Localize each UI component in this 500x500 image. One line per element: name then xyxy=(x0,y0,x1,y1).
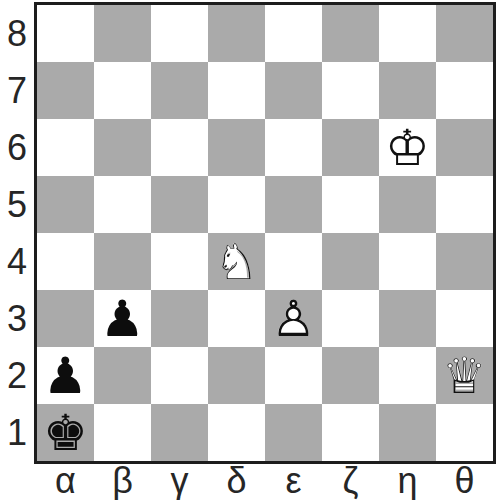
square-β2[interactable] xyxy=(94,347,151,404)
piece-glyph: ♟ xyxy=(37,347,94,404)
file-label-η: η xyxy=(379,461,436,500)
square-θ2[interactable]: ♛♕ xyxy=(436,347,493,404)
white-pawn[interactable]: ♟♙ xyxy=(265,290,322,347)
square-η7[interactable] xyxy=(379,62,436,119)
rank-label-4: 4 xyxy=(0,233,34,290)
rank-label-5: 5 xyxy=(0,176,34,233)
square-γ2[interactable] xyxy=(151,347,208,404)
file-label-θ: θ xyxy=(436,461,493,500)
white-king[interactable]: ♚♔ xyxy=(379,119,436,176)
square-θ6[interactable] xyxy=(436,119,493,176)
rank-label-8: 8 xyxy=(0,5,34,62)
square-α7[interactable] xyxy=(37,62,94,119)
square-γ7[interactable] xyxy=(151,62,208,119)
square-η2[interactable] xyxy=(379,347,436,404)
rank-labels: 87654321 xyxy=(0,5,34,461)
square-θ4[interactable] xyxy=(436,233,493,290)
square-δ6[interactable] xyxy=(208,119,265,176)
black-king[interactable]: ♚ xyxy=(37,404,94,461)
square-η8[interactable] xyxy=(379,5,436,62)
file-labels: αβγδεζηθ xyxy=(37,461,493,500)
square-α4[interactable] xyxy=(37,233,94,290)
piece-glyph: ♚ xyxy=(37,404,94,461)
square-β1[interactable] xyxy=(94,404,151,461)
square-θ5[interactable] xyxy=(436,176,493,233)
square-γ3[interactable] xyxy=(151,290,208,347)
square-δ7[interactable] xyxy=(208,62,265,119)
file-label-ζ: ζ xyxy=(322,461,379,500)
square-δ2[interactable] xyxy=(208,347,265,404)
black-pawn[interactable]: ♟ xyxy=(94,290,151,347)
square-θ7[interactable] xyxy=(436,62,493,119)
square-η6[interactable]: ♚♔ xyxy=(379,119,436,176)
square-ζ6[interactable] xyxy=(322,119,379,176)
square-ζ2[interactable] xyxy=(322,347,379,404)
file-label-α: α xyxy=(37,461,94,500)
square-ε7[interactable] xyxy=(265,62,322,119)
white-queen[interactable]: ♛♕ xyxy=(436,347,493,404)
square-ε8[interactable] xyxy=(265,5,322,62)
square-γ1[interactable] xyxy=(151,404,208,461)
square-ε1[interactable] xyxy=(265,404,322,461)
rank-label-3: 3 xyxy=(0,290,34,347)
file-label-ε: ε xyxy=(265,461,322,500)
square-ζ8[interactable] xyxy=(322,5,379,62)
piece-glyph-outline: ♔ xyxy=(379,119,436,176)
square-β3[interactable]: ♟ xyxy=(94,290,151,347)
square-α5[interactable] xyxy=(37,176,94,233)
rank-label-2: 2 xyxy=(0,347,34,404)
square-ζ4[interactable] xyxy=(322,233,379,290)
square-β5[interactable] xyxy=(94,176,151,233)
square-η4[interactable] xyxy=(379,233,436,290)
square-γ5[interactable] xyxy=(151,176,208,233)
square-ζ7[interactable] xyxy=(322,62,379,119)
rank-label-6: 6 xyxy=(0,119,34,176)
square-β4[interactable] xyxy=(94,233,151,290)
square-β7[interactable] xyxy=(94,62,151,119)
piece-glyph: ♟ xyxy=(94,290,151,347)
square-α8[interactable] xyxy=(37,5,94,62)
square-δ5[interactable] xyxy=(208,176,265,233)
square-θ3[interactable] xyxy=(436,290,493,347)
square-β8[interactable] xyxy=(94,5,151,62)
square-α1[interactable]: ♚ xyxy=(37,404,94,461)
file-label-γ: γ xyxy=(151,461,208,500)
square-δ1[interactable] xyxy=(208,404,265,461)
square-δ8[interactable] xyxy=(208,5,265,62)
chess-board: ♚♔♞♘♟♟♙♟♛♕♚ xyxy=(34,2,496,464)
square-α6[interactable] xyxy=(37,119,94,176)
piece-glyph-outline: ♘ xyxy=(208,233,265,290)
square-ε6[interactable] xyxy=(265,119,322,176)
square-ε2[interactable] xyxy=(265,347,322,404)
piece-glyph-outline: ♕ xyxy=(436,347,493,404)
square-ε5[interactable] xyxy=(265,176,322,233)
square-β6[interactable] xyxy=(94,119,151,176)
square-ζ3[interactable] xyxy=(322,290,379,347)
rank-label-1: 1 xyxy=(0,404,34,461)
rank-label-7: 7 xyxy=(0,62,34,119)
square-δ3[interactable] xyxy=(208,290,265,347)
square-η3[interactable] xyxy=(379,290,436,347)
square-θ1[interactable] xyxy=(436,404,493,461)
square-γ8[interactable] xyxy=(151,5,208,62)
square-ζ5[interactable] xyxy=(322,176,379,233)
black-pawn[interactable]: ♟ xyxy=(37,347,94,404)
square-γ4[interactable] xyxy=(151,233,208,290)
square-ε3[interactable]: ♟♙ xyxy=(265,290,322,347)
square-δ4[interactable]: ♞♘ xyxy=(208,233,265,290)
square-α3[interactable] xyxy=(37,290,94,347)
square-ζ1[interactable] xyxy=(322,404,379,461)
square-ε4[interactable] xyxy=(265,233,322,290)
square-η5[interactable] xyxy=(379,176,436,233)
square-γ6[interactable] xyxy=(151,119,208,176)
chess-diagram-page: 87654321 ♚♔♞♘♟♟♙♟♛♕♚ αβγδεζηθ xyxy=(0,0,500,500)
piece-glyph-outline: ♙ xyxy=(265,290,322,347)
white-knight[interactable]: ♞♘ xyxy=(208,233,265,290)
square-θ8[interactable] xyxy=(436,5,493,62)
square-η1[interactable] xyxy=(379,404,436,461)
square-α2[interactable]: ♟ xyxy=(37,347,94,404)
file-label-δ: δ xyxy=(208,461,265,500)
file-label-β: β xyxy=(94,461,151,500)
